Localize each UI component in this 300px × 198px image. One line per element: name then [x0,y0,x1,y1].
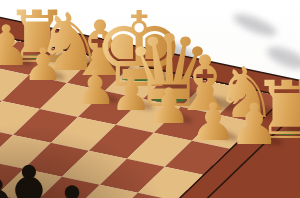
piece-black-pawn: ♟ [0,169,33,198]
piece-white-pawn: ♟ [110,71,151,117]
piece-white-pawn: ♟ [228,96,279,153]
piece-white-pawn: ♟ [147,82,191,131]
pieces-layer: ♜♟♞♝♟♚♟♛♝♟♞♟♜♟♟♟♟♟ [0,0,300,198]
piece-white-pawn: ♟ [23,42,63,87]
chess-set-photo: ♜♟♞♝♟♚♟♛♝♟♞♟♜♟♟♟♟♟ [0,0,300,198]
piece-black-pawn: ♟ [32,175,113,198]
